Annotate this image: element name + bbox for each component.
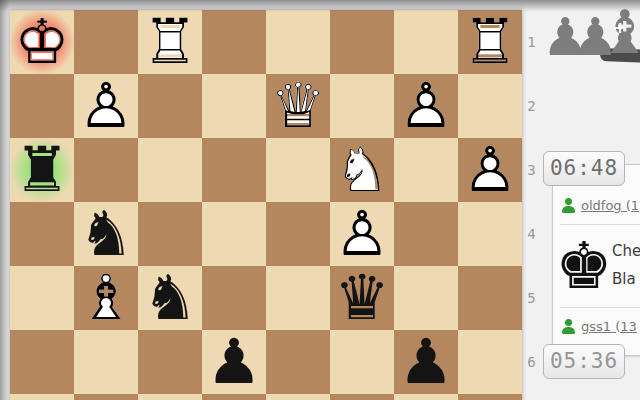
chess-piece-wR[interactable]: ♜♖ xyxy=(138,10,202,74)
board-square[interactable]: ♛ xyxy=(330,266,394,330)
board-square[interactable] xyxy=(458,394,522,400)
board-square[interactable] xyxy=(266,266,330,330)
chess-app-window: ♚♔♜♖♜♖♟♙♛♕♟♙♜♞♘♟♙♞♟♙♝♗♞♛♟♟ 123456 ♟ ♟ ♝+… xyxy=(0,0,640,400)
chess-piece-bQ[interactable]: ♛ xyxy=(330,266,394,330)
board-square[interactable] xyxy=(266,138,330,202)
board-square[interactable]: ♟ xyxy=(202,330,266,394)
top-player-row: oldfog (1 xyxy=(562,197,639,213)
chess-piece-bP[interactable]: ♟ xyxy=(394,330,458,394)
rank-label: 5 xyxy=(524,266,539,330)
bottom-player-row: gss1 (13 xyxy=(562,318,637,334)
white-player-clock: 06:48 xyxy=(543,151,625,186)
board-square[interactable] xyxy=(138,202,202,266)
board-square[interactable]: ♟♙ xyxy=(458,138,522,202)
board-square[interactable] xyxy=(202,74,266,138)
board-square[interactable] xyxy=(266,330,330,394)
rank-label: 4 xyxy=(524,202,539,266)
board-square[interactable]: ♟♙ xyxy=(74,74,138,138)
board-square[interactable] xyxy=(202,266,266,330)
board-square[interactable] xyxy=(10,330,74,394)
board-square[interactable] xyxy=(394,202,458,266)
chess-piece-wP[interactable]: ♟♙ xyxy=(458,138,522,202)
board-square[interactable] xyxy=(202,138,266,202)
chess-piece-wP[interactable]: ♟♙ xyxy=(74,74,138,138)
board-square[interactable]: ♟♙ xyxy=(394,74,458,138)
bishop-plus-icon[interactable]: ♝+ xyxy=(598,0,640,64)
chess-piece-bN[interactable]: ♞ xyxy=(138,266,202,330)
board-square[interactable]: ♝♗ xyxy=(74,266,138,330)
board-square[interactable] xyxy=(138,330,202,394)
board-square[interactable]: ♚♔ xyxy=(10,10,74,74)
board-square[interactable]: ♟ xyxy=(394,330,458,394)
board-square[interactable] xyxy=(10,74,74,138)
board-square[interactable] xyxy=(394,394,458,400)
board-square[interactable] xyxy=(330,10,394,74)
board-square[interactable]: ♛♕ xyxy=(266,74,330,138)
board-square[interactable]: ♞ xyxy=(74,202,138,266)
chess-piece-wP[interactable]: ♟♙ xyxy=(394,74,458,138)
rank-labels: 123456 xyxy=(524,10,539,394)
player-icon xyxy=(562,319,575,334)
rank-label: 2 xyxy=(524,74,539,138)
rank-label: 6 xyxy=(524,330,539,394)
chess-piece-wR[interactable]: ♜♖ xyxy=(458,10,522,74)
board-square[interactable] xyxy=(10,266,74,330)
board-square[interactable] xyxy=(458,330,522,394)
board-square[interactable] xyxy=(202,394,266,400)
board-square[interactable] xyxy=(458,266,522,330)
chess-piece-wK[interactable]: ♚♔ xyxy=(10,10,74,74)
rank-label: 1 xyxy=(524,10,539,74)
board-square[interactable]: ♞ xyxy=(138,266,202,330)
board-square[interactable] xyxy=(74,330,138,394)
chess-board: ♚♔♜♖♜♖♟♙♛♕♟♙♜♞♘♟♙♞♟♙♝♗♞♛♟♟ xyxy=(10,10,522,400)
board-square[interactable] xyxy=(74,138,138,202)
chess-piece-wN[interactable]: ♞♘ xyxy=(330,138,394,202)
bottom-player-link[interactable]: gss1 (13 xyxy=(581,319,637,334)
board-square[interactable] xyxy=(330,394,394,400)
board-square[interactable] xyxy=(138,74,202,138)
board-square[interactable] xyxy=(394,266,458,330)
board-square[interactable] xyxy=(330,74,394,138)
black-king-result-icon: ♚ xyxy=(550,234,618,298)
board-square[interactable]: ♜♖ xyxy=(458,10,522,74)
board-square[interactable] xyxy=(74,10,138,74)
chess-piece-bN[interactable]: ♞ xyxy=(74,202,138,266)
result-text-line1: Che xyxy=(612,242,640,260)
spectator-icon[interactable]: ♟ xyxy=(542,8,576,66)
result-text-line2: Bla xyxy=(612,270,636,288)
board-square[interactable] xyxy=(266,10,330,74)
board-square[interactable] xyxy=(202,202,266,266)
plus-badge: + xyxy=(598,20,640,36)
chess-piece-wB[interactable]: ♝♗ xyxy=(74,266,138,330)
board-square[interactable] xyxy=(458,74,522,138)
board-square[interactable] xyxy=(458,202,522,266)
divider xyxy=(560,224,640,225)
board-square[interactable] xyxy=(10,394,74,400)
chess-piece-bP[interactable]: ♟ xyxy=(202,330,266,394)
board-square[interactable] xyxy=(10,202,74,266)
board-square[interactable]: ♜♖ xyxy=(138,10,202,74)
chess-piece-bR[interactable]: ♜ xyxy=(10,138,74,202)
divider xyxy=(560,307,640,308)
board-square[interactable] xyxy=(138,138,202,202)
chess-piece-wQ[interactable]: ♛♕ xyxy=(266,74,330,138)
board-square[interactable]: ♟♙ xyxy=(330,202,394,266)
board-square[interactable]: ♞♘ xyxy=(330,138,394,202)
board-square[interactable]: ♜ xyxy=(10,138,74,202)
board-square[interactable] xyxy=(394,10,458,74)
board-square[interactable] xyxy=(330,330,394,394)
black-player-clock: 05:36 xyxy=(543,344,625,379)
board-square[interactable] xyxy=(74,394,138,400)
board-square[interactable] xyxy=(138,394,202,400)
board-square[interactable] xyxy=(394,138,458,202)
player-icon xyxy=(562,198,575,213)
board-square[interactable] xyxy=(266,394,330,400)
rank-label: 3 xyxy=(524,138,539,202)
board-square[interactable] xyxy=(202,10,266,74)
chess-piece-wP[interactable]: ♟♙ xyxy=(330,202,394,266)
board-square[interactable] xyxy=(266,202,330,266)
top-player-link[interactable]: oldfog (1 xyxy=(581,198,639,213)
